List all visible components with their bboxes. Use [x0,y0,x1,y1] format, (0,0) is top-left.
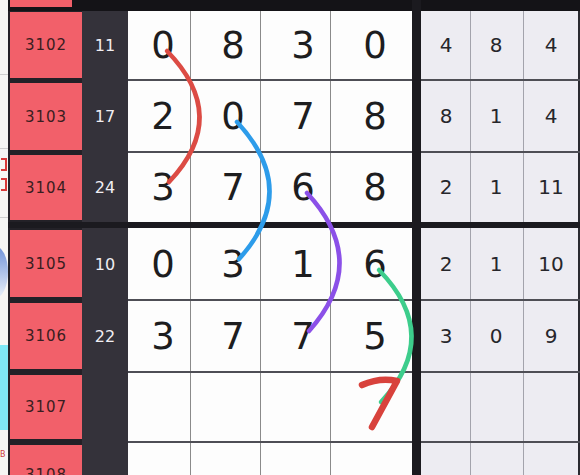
digit-value[interactable]: 2 [151,95,175,138]
stat-value: 4 [545,33,558,57]
sum-value: 24 [95,178,115,197]
stat-value: 2 [440,252,453,276]
stat-value: 8 [490,33,503,57]
stat-value: 0 [490,324,503,348]
sum-value: 11 [95,36,115,55]
stat-value: 11 [538,175,563,199]
digit-value[interactable]: 7 [221,166,245,209]
digit-value[interactable]: 3 [151,315,175,358]
digit-value[interactable]: 3 [221,243,245,286]
digit-value[interactable]: 0 [151,24,175,67]
stat-value: 2 [440,175,453,199]
digit-value[interactable]: 8 [363,95,387,138]
stat-value: 3 [440,324,453,348]
stat-value: 10 [538,252,563,276]
digit-value[interactable]: 8 [221,24,245,67]
sum-value: 10 [95,255,115,274]
stat-value: 1 [490,175,503,199]
digit-value[interactable]: 0 [151,243,175,286]
stat-value: 1 [490,104,503,128]
digit-value[interactable]: 1 [291,243,315,286]
digit-value[interactable]: 7 [291,95,315,138]
sum-value: 17 [95,107,115,126]
worksheet-screen: B 3102310331043105310631073108 110830484… [0,0,580,475]
stat-value: 8 [440,104,453,128]
digit-value[interactable]: 0 [363,24,387,67]
digit-value[interactable]: 7 [291,315,315,358]
digit-value[interactable]: 3 [151,166,175,209]
cell-values-layer: 1108304841720788142437682111100316211022… [0,0,580,475]
stat-value: 4 [545,104,558,128]
digit-value[interactable]: 5 [363,315,387,358]
digit-value[interactable]: 7 [221,315,245,358]
digit-value[interactable]: 0 [221,95,245,138]
digit-value[interactable]: 6 [291,166,315,209]
digit-value[interactable]: 6 [363,243,387,286]
digit-value[interactable]: 3 [291,24,315,67]
digit-value[interactable]: 8 [363,166,387,209]
sum-value: 22 [95,327,115,346]
stat-value: 1 [490,252,503,276]
stat-value: 9 [545,324,558,348]
stat-value: 4 [440,33,453,57]
